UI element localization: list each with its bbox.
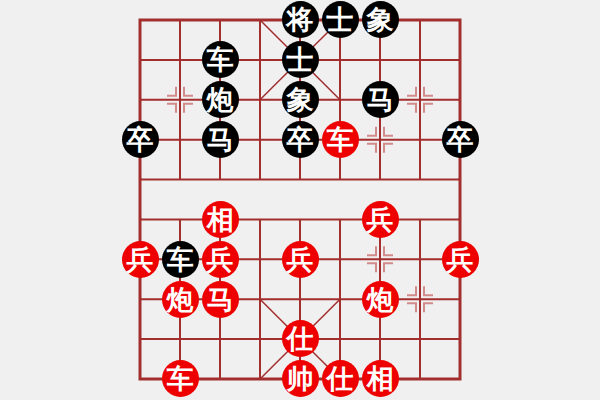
piece-red-elephant[interactable]: 相 — [362, 360, 399, 397]
piece-red-cannon[interactable]: 炮 — [162, 281, 199, 318]
piece-red-soldier[interactable]: 兵 — [202, 241, 239, 278]
piece-red-soldier[interactable]: 兵 — [282, 241, 319, 278]
piece-red-cannon[interactable]: 炮 — [362, 281, 399, 318]
piece-red-soldier[interactable]: 兵 — [122, 241, 159, 278]
piece-black-cannon[interactable]: 炮 — [202, 81, 239, 118]
piece-red-soldier[interactable]: 兵 — [442, 241, 479, 278]
piece-black-chariot[interactable]: 车 — [162, 241, 199, 278]
piece-red-elephant[interactable]: 相 — [202, 201, 239, 238]
piece-black-advisor[interactable]: 士 — [282, 41, 319, 78]
xiangqi-board-grid[interactable]: 将士象车士炮象马卒马卒车卒相兵兵车兵兵兵炮马炮仕车帅仕相 — [120, 0, 480, 399]
piece-red-soldier[interactable]: 兵 — [362, 201, 399, 238]
piece-black-chariot[interactable]: 车 — [202, 41, 239, 78]
piece-red-chariot[interactable]: 车 — [162, 360, 199, 397]
piece-red-general[interactable]: 帅 — [282, 360, 319, 397]
piece-black-soldier[interactable]: 卒 — [282, 121, 319, 158]
piece-red-advisor[interactable]: 仕 — [282, 320, 319, 357]
piece-black-soldier[interactable]: 卒 — [122, 121, 159, 158]
piece-black-elephant[interactable]: 象 — [362, 1, 399, 38]
piece-red-chariot[interactable]: 车 — [322, 121, 359, 158]
piece-black-general[interactable]: 将 — [282, 1, 319, 38]
piece-black-advisor[interactable]: 士 — [322, 1, 359, 38]
piece-red-horse[interactable]: 马 — [202, 281, 239, 318]
piece-black-horse[interactable]: 马 — [362, 81, 399, 118]
piece-red-advisor[interactable]: 仕 — [322, 360, 359, 397]
xiangqi-app: 将士象车士炮象马卒马卒车卒相兵兵车兵兵兵炮马炮仕车帅仕相 — [0, 0, 600, 400]
piece-black-soldier[interactable]: 卒 — [442, 121, 479, 158]
piece-black-elephant[interactable]: 象 — [282, 81, 319, 118]
piece-black-horse[interactable]: 马 — [202, 121, 239, 158]
